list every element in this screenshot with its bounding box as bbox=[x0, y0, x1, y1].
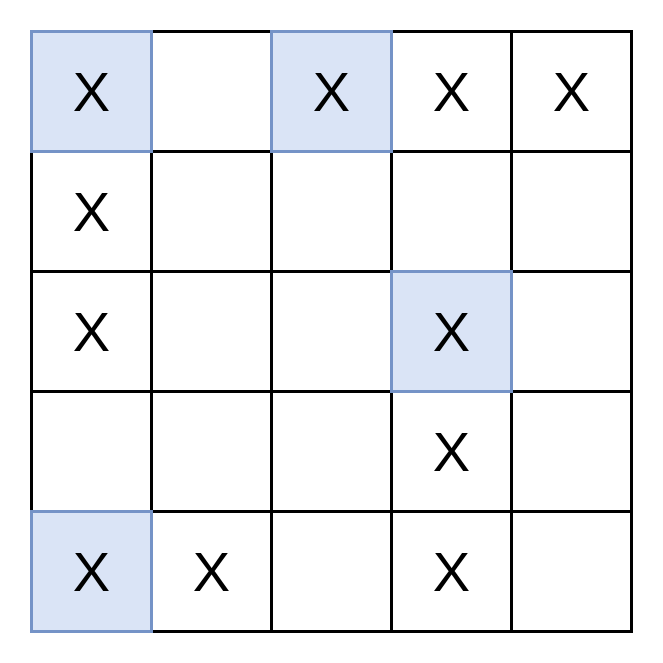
cell-r1c1[interactable]: X bbox=[33, 33, 150, 150]
cell-r4c3[interactable] bbox=[273, 393, 390, 510]
cell-r3c5[interactable] bbox=[513, 273, 630, 390]
cell-r2c4[interactable] bbox=[393, 153, 510, 270]
page: XXXXXXXXXXX bbox=[0, 0, 663, 663]
cell-r5c1[interactable]: X bbox=[33, 513, 150, 630]
cell-r3c4[interactable]: X bbox=[393, 273, 510, 390]
cell-r5c5[interactable] bbox=[513, 513, 630, 630]
cell-r5c4[interactable]: X bbox=[393, 513, 510, 630]
cell-r1c4[interactable]: X bbox=[393, 33, 510, 150]
puzzle-board: XXXXXXXXXXX bbox=[30, 30, 633, 633]
cell-r1c2[interactable] bbox=[153, 33, 270, 150]
cell-r4c1[interactable] bbox=[33, 393, 150, 510]
cell-r2c3[interactable] bbox=[273, 153, 390, 270]
cell-r4c5[interactable] bbox=[513, 393, 630, 510]
cell-r3c2[interactable] bbox=[153, 273, 270, 390]
cell-r3c1[interactable]: X bbox=[33, 273, 150, 390]
cell-r1c5[interactable]: X bbox=[513, 33, 630, 150]
cell-r2c2[interactable] bbox=[153, 153, 270, 270]
cell-r2c1[interactable]: X bbox=[33, 153, 150, 270]
cell-r3c3[interactable] bbox=[273, 273, 390, 390]
cell-r4c4[interactable]: X bbox=[393, 393, 510, 510]
cell-r4c2[interactable] bbox=[153, 393, 270, 510]
cell-r1c3[interactable]: X bbox=[273, 33, 390, 150]
cell-r5c3[interactable] bbox=[273, 513, 390, 630]
cell-r5c2[interactable]: X bbox=[153, 513, 270, 630]
cell-r2c5[interactable] bbox=[513, 153, 630, 270]
